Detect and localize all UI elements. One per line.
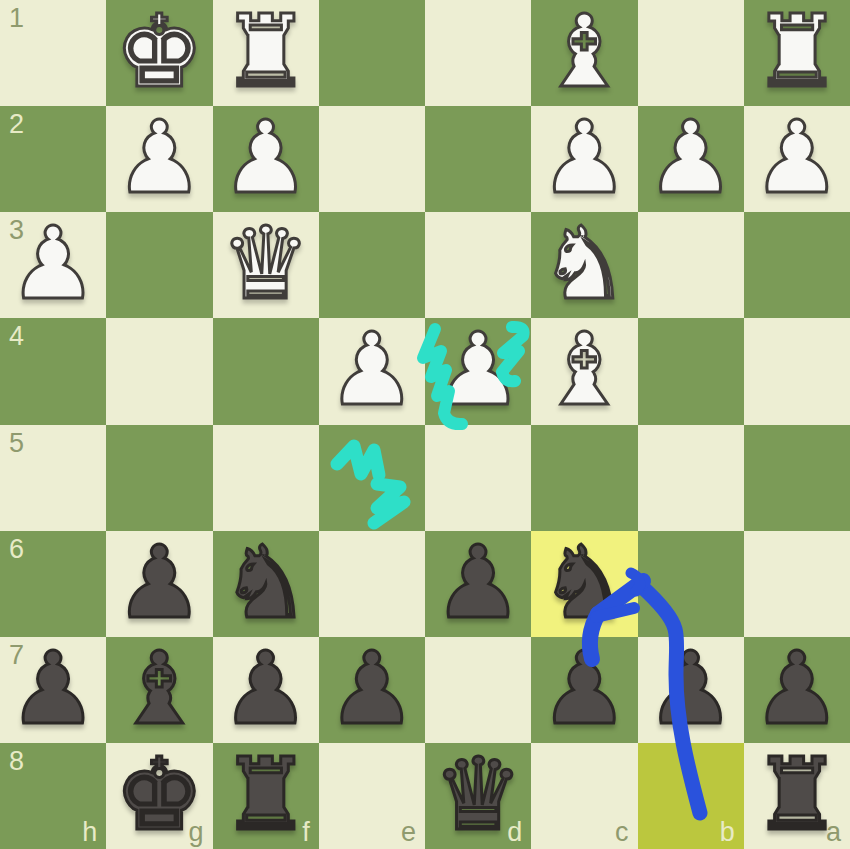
square-d6[interactable]: ♟ xyxy=(425,531,531,637)
square-d7[interactable] xyxy=(425,637,531,743)
square-e5[interactable] xyxy=(319,425,425,531)
rank-label-5: 5 xyxy=(9,430,24,457)
piece-white-rook-a1[interactable]: ♜ xyxy=(752,1,842,101)
square-e8[interactable]: e xyxy=(319,743,425,849)
square-h4[interactable]: 4 xyxy=(0,318,106,424)
piece-black-pawn-a7[interactable]: ♟ xyxy=(752,638,842,738)
piece-white-knight-c3[interactable]: ♞ xyxy=(540,213,630,313)
square-c8[interactable]: c xyxy=(531,743,637,849)
square-f2[interactable]: ♟ xyxy=(213,106,319,212)
piece-white-queen-f3[interactable]: ♛ xyxy=(221,213,311,313)
square-b5[interactable] xyxy=(638,425,744,531)
square-a7[interactable]: ♟ xyxy=(744,637,850,743)
square-g3[interactable] xyxy=(106,212,212,318)
rank-label-1: 1 xyxy=(9,5,24,32)
square-f8[interactable]: f♜ xyxy=(213,743,319,849)
square-h1[interactable]: 1 xyxy=(0,0,106,106)
square-c3[interactable]: ♞ xyxy=(531,212,637,318)
rank-label-8: 8 xyxy=(9,748,24,775)
piece-white-pawn-e4[interactable]: ♟ xyxy=(327,319,417,419)
piece-black-knight-f6[interactable]: ♞ xyxy=(221,532,311,632)
square-a4[interactable] xyxy=(744,318,850,424)
square-c4[interactable]: ♝ xyxy=(531,318,637,424)
square-a8[interactable]: a♜ xyxy=(744,743,850,849)
square-c7[interactable]: ♟ xyxy=(531,637,637,743)
square-h2[interactable]: 2 xyxy=(0,106,106,212)
piece-black-bishop-g7[interactable]: ♝ xyxy=(115,638,205,738)
square-a3[interactable] xyxy=(744,212,850,318)
square-e4[interactable]: ♟ xyxy=(319,318,425,424)
piece-white-pawn-b2[interactable]: ♟ xyxy=(646,107,736,207)
square-f6[interactable]: ♞ xyxy=(213,531,319,637)
square-d8[interactable]: d♛ xyxy=(425,743,531,849)
square-g7[interactable]: ♝ xyxy=(106,637,212,743)
square-e7[interactable]: ♟ xyxy=(319,637,425,743)
piece-white-bishop-c1[interactable]: ♝ xyxy=(540,1,630,101)
piece-black-king-g8[interactable]: ♚ xyxy=(115,744,205,844)
square-c5[interactable] xyxy=(531,425,637,531)
piece-black-pawn-d6[interactable]: ♟ xyxy=(433,532,523,632)
piece-black-knight-c6[interactable]: ♞ xyxy=(540,532,630,632)
rank-label-4: 4 xyxy=(9,323,24,350)
square-f7[interactable]: ♟ xyxy=(213,637,319,743)
square-g2[interactable]: ♟ xyxy=(106,106,212,212)
square-e2[interactable] xyxy=(319,106,425,212)
square-a2[interactable]: ♟ xyxy=(744,106,850,212)
piece-white-pawn-h3[interactable]: ♟ xyxy=(8,213,98,313)
piece-black-pawn-f7[interactable]: ♟ xyxy=(221,638,311,738)
rank-label-2: 2 xyxy=(9,111,24,138)
file-label-c: c xyxy=(615,819,629,846)
piece-white-pawn-f2[interactable]: ♟ xyxy=(221,107,311,207)
piece-black-pawn-h7[interactable]: ♟ xyxy=(8,638,98,738)
piece-white-king-g1[interactable]: ♚ xyxy=(115,1,205,101)
square-c1[interactable]: ♝ xyxy=(531,0,637,106)
piece-white-pawn-a2[interactable]: ♟ xyxy=(752,107,842,207)
piece-white-pawn-d4[interactable]: ♟ xyxy=(433,319,523,419)
square-g8[interactable]: g♚ xyxy=(106,743,212,849)
square-b3[interactable] xyxy=(638,212,744,318)
piece-black-rook-f8[interactable]: ♜ xyxy=(221,744,311,844)
square-g1[interactable]: ♚ xyxy=(106,0,212,106)
square-c2[interactable]: ♟ xyxy=(531,106,637,212)
square-d1[interactable] xyxy=(425,0,531,106)
square-d3[interactable] xyxy=(425,212,531,318)
square-d4[interactable]: ♟ xyxy=(425,318,531,424)
square-e3[interactable] xyxy=(319,212,425,318)
square-f4[interactable] xyxy=(213,318,319,424)
square-f5[interactable] xyxy=(213,425,319,531)
square-b2[interactable]: ♟ xyxy=(638,106,744,212)
square-e6[interactable] xyxy=(319,531,425,637)
square-a1[interactable]: ♜ xyxy=(744,0,850,106)
piece-black-pawn-c7[interactable]: ♟ xyxy=(540,638,630,738)
piece-white-bishop-c4[interactable]: ♝ xyxy=(540,319,630,419)
piece-white-pawn-c2[interactable]: ♟ xyxy=(540,107,630,207)
square-h5[interactable]: 5 xyxy=(0,425,106,531)
square-b6[interactable] xyxy=(638,531,744,637)
piece-black-rook-a8[interactable]: ♜ xyxy=(752,744,842,844)
square-b7[interactable]: ♟ xyxy=(638,637,744,743)
rank-label-6: 6 xyxy=(9,536,24,563)
square-e1[interactable] xyxy=(319,0,425,106)
piece-black-pawn-e7[interactable]: ♟ xyxy=(327,638,417,738)
square-g6[interactable]: ♟ xyxy=(106,531,212,637)
square-a5[interactable] xyxy=(744,425,850,531)
square-g5[interactable] xyxy=(106,425,212,531)
square-c6-highlighted[interactable]: ♞ xyxy=(531,531,637,637)
file-label-h: h xyxy=(82,819,97,846)
square-d5[interactable] xyxy=(425,425,531,531)
square-b4[interactable] xyxy=(638,318,744,424)
piece-white-pawn-g2[interactable]: ♟ xyxy=(115,107,205,207)
file-label-e: e xyxy=(401,819,416,846)
square-f3[interactable]: ♛ xyxy=(213,212,319,318)
square-a6[interactable] xyxy=(744,531,850,637)
square-b1[interactable] xyxy=(638,0,744,106)
piece-black-queen-d8[interactable]: ♛ xyxy=(433,744,523,844)
square-b8-highlighted[interactable]: b xyxy=(638,743,744,849)
piece-black-pawn-g6[interactable]: ♟ xyxy=(115,532,205,632)
file-label-b: b xyxy=(720,819,735,846)
square-h3[interactable]: 3♟ xyxy=(0,212,106,318)
square-h6[interactable]: 6 xyxy=(0,531,106,637)
square-d2[interactable] xyxy=(425,106,531,212)
square-f1[interactable]: ♜ xyxy=(213,0,319,106)
piece-white-rook-f1[interactable]: ♜ xyxy=(221,1,311,101)
square-g4[interactable] xyxy=(106,318,212,424)
square-h7[interactable]: 7♟ xyxy=(0,637,106,743)
square-h8[interactable]: 8h xyxy=(0,743,106,849)
chess-board: 1♚♜♝♜2♟♟♟♟♟3♟♛♞4♟♟♝56♟♞♟♞7♟♝♟♟♟♟♟8hg♚f♜e… xyxy=(0,0,850,849)
piece-black-pawn-b7[interactable]: ♟ xyxy=(646,638,736,738)
